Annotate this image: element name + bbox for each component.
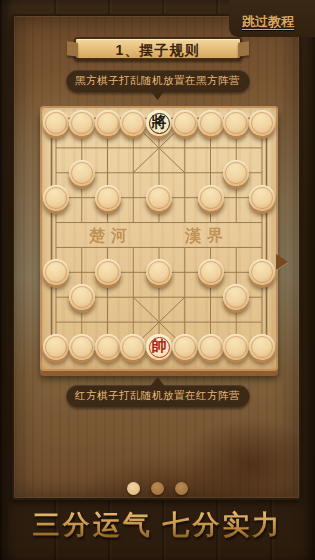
piece-facedown[interactable] — [146, 185, 172, 211]
black-general-piece[interactable]: 將 — [146, 110, 172, 136]
piece-facedown[interactable] — [43, 334, 69, 360]
piece-facedown[interactable] — [95, 259, 121, 285]
piece-facedown[interactable] — [69, 160, 95, 186]
piece-facedown[interactable] — [249, 334, 275, 360]
red-general-piece[interactable]: 帥 — [146, 334, 172, 360]
red-placement-tooltip: 红方棋子打乱随机放置在红方阵营 — [66, 385, 249, 407]
piece-facedown[interactable] — [43, 185, 69, 211]
piece-glyph: 將 — [152, 115, 167, 130]
page-dot-1[interactable] — [127, 482, 140, 495]
piece-facedown[interactable] — [198, 259, 224, 285]
expand-arrow-icon[interactable] — [276, 254, 288, 270]
pagination-dots — [0, 481, 315, 495]
piece-glyph: 帥 — [152, 339, 167, 354]
piece-facedown[interactable] — [95, 185, 121, 211]
piece-facedown[interactable] — [43, 110, 69, 136]
piece-facedown[interactable] — [172, 110, 198, 136]
title-banner: 1、摆子规则 — [74, 37, 242, 60]
piece-facedown[interactable] — [95, 110, 121, 136]
black-placement-tooltip: 黑方棋子打乱随机放置在黑方阵营 — [66, 70, 249, 92]
piece-facedown[interactable] — [223, 160, 249, 186]
river-label-right: 漢界 — [184, 227, 229, 244]
tutorial-screen: 跳过教程 1、摆子规则 黑方棋子打乱随机放置在黑方阵营 楚河 漢界 將帥 红方棋… — [0, 0, 315, 560]
footer-slogan: 三分运气 七分实力 — [0, 507, 315, 543]
river-label-left: 楚河 — [88, 227, 133, 244]
piece-facedown[interactable] — [198, 110, 224, 136]
piece-facedown[interactable] — [249, 185, 275, 211]
piece-facedown[interactable] — [69, 284, 95, 310]
piece-facedown[interactable] — [198, 334, 224, 360]
board-grid: 楚河 漢界 — [40, 106, 278, 371]
page-dot-2[interactable] — [151, 482, 164, 495]
piece-facedown[interactable] — [69, 110, 95, 136]
piece-facedown[interactable] — [172, 334, 198, 360]
page-dot-3[interactable] — [175, 482, 188, 495]
piece-facedown[interactable] — [69, 334, 95, 360]
xiangqi-board[interactable]: 楚河 漢界 — [40, 106, 278, 371]
piece-facedown[interactable] — [198, 185, 224, 211]
piece-facedown[interactable] — [95, 334, 121, 360]
skip-tutorial-link[interactable]: 跳过教程 — [242, 13, 294, 31]
piece-facedown[interactable] — [249, 110, 275, 136]
